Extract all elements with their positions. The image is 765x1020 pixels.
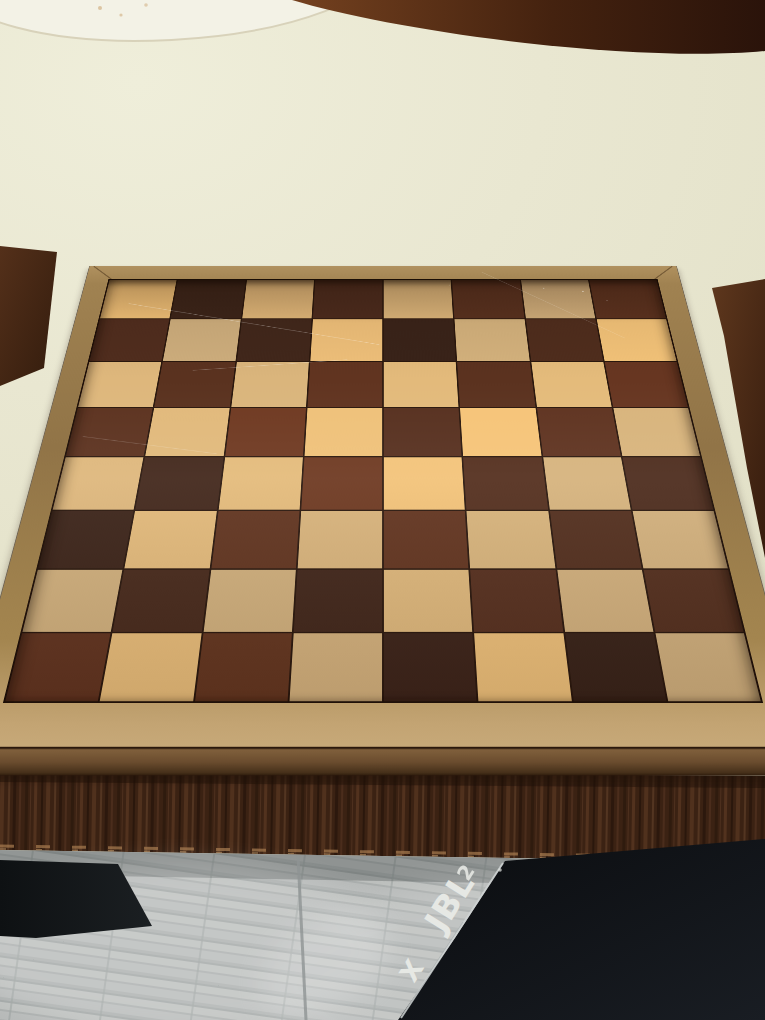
square-f5	[460, 408, 541, 456]
plate-crumb	[144, 3, 148, 7]
square-d5	[304, 408, 382, 456]
square-c5	[225, 408, 306, 456]
square-h2	[643, 569, 743, 631]
square-a3	[38, 511, 133, 568]
black-bag: 2 JBL X	[394, 839, 765, 1020]
square-g2	[557, 569, 653, 631]
square-g5	[537, 408, 621, 456]
square-b3	[125, 511, 217, 568]
square-h3	[632, 511, 727, 568]
square-b2	[113, 569, 209, 631]
square-b5	[145, 408, 229, 456]
square-c4	[218, 457, 302, 509]
square-b1	[100, 633, 201, 701]
square-h1	[655, 633, 761, 701]
square-b7	[163, 319, 240, 361]
table-front-edge	[0, 770, 765, 862]
square-d3	[297, 511, 382, 568]
square-h8	[589, 280, 666, 319]
chess-board	[0, 266, 765, 775]
plate-crumb	[98, 6, 102, 10]
square-b6	[155, 362, 235, 407]
table-left-edge	[0, 246, 57, 386]
square-h6	[605, 362, 688, 407]
square-d1	[289, 633, 382, 701]
frame-mitre-joint	[654, 266, 672, 279]
square-e6	[384, 362, 459, 407]
square-b4	[135, 457, 223, 509]
square-a5	[66, 408, 153, 456]
square-g3	[550, 511, 642, 568]
square-f1	[474, 633, 571, 701]
square-d2	[294, 569, 383, 631]
square-d6	[307, 362, 382, 407]
square-f3	[467, 511, 555, 568]
square-h7	[597, 319, 677, 361]
square-e4	[384, 457, 465, 509]
square-e8	[384, 280, 454, 319]
frame-front-face	[0, 747, 765, 775]
square-g7	[526, 319, 603, 361]
square-a8	[100, 280, 177, 319]
square-a2	[23, 569, 123, 631]
square-f7	[455, 319, 530, 361]
board-playing-area	[3, 279, 763, 703]
square-f2	[470, 569, 562, 631]
furniture-edge	[292, 0, 765, 54]
square-g6	[531, 362, 611, 407]
square-c3	[211, 511, 299, 568]
square-e7	[384, 319, 456, 361]
square-a1	[5, 633, 111, 701]
square-f6	[457, 362, 535, 407]
square-h4	[622, 457, 713, 509]
square-g8	[521, 280, 595, 319]
square-g4	[543, 457, 631, 509]
plate-crumb	[119, 13, 122, 16]
square-d7	[310, 319, 382, 361]
square-a4	[53, 457, 144, 509]
square-d8	[313, 280, 383, 319]
frame-mitre-joint	[93, 266, 111, 279]
square-b8	[171, 280, 245, 319]
square-c2	[203, 569, 295, 631]
square-h5	[613, 408, 700, 456]
square-a7	[90, 319, 170, 361]
square-d4	[301, 457, 382, 509]
square-c7	[237, 319, 312, 361]
board-grid	[3, 279, 763, 703]
square-c6	[231, 362, 309, 407]
square-e2	[384, 569, 473, 631]
square-e3	[384, 511, 469, 568]
square-g1	[565, 633, 666, 701]
square-f8	[452, 280, 524, 319]
square-a6	[78, 362, 161, 407]
square-f4	[463, 457, 547, 509]
square-c1	[195, 633, 292, 701]
square-e5	[384, 408, 462, 456]
square-c8	[242, 280, 314, 319]
square-e1	[384, 633, 477, 701]
